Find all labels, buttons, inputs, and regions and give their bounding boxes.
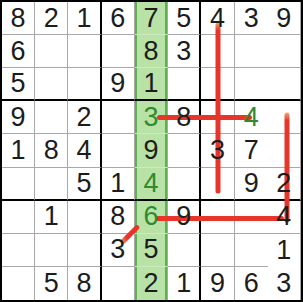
cell-digit: 4	[244, 104, 259, 131]
cell-r1c4[interactable]: 6	[102, 2, 135, 35]
cell-r2c1[interactable]: 6	[2, 35, 35, 68]
cell-r4c4[interactable]	[102, 101, 135, 134]
cell-r8c9[interactable]: 1	[268, 234, 301, 267]
cell-r3c5[interactable]: 1	[135, 68, 168, 101]
cell-r3c9[interactable]	[268, 68, 301, 101]
cell-r2c3[interactable]	[68, 35, 101, 68]
cell-digit: 9	[110, 70, 125, 97]
cell-r1c8[interactable]: 3	[235, 2, 268, 35]
cell-r3c8[interactable]	[235, 68, 268, 101]
cell-digit: 1	[276, 237, 291, 264]
cell-r9c9[interactable]: 3	[268, 267, 301, 300]
cell-digit: 9	[276, 5, 291, 32]
cell-digit: 9	[176, 203, 191, 230]
cell-r2c5[interactable]: 8	[135, 35, 168, 68]
cell-r7c5[interactable]: 6	[135, 201, 168, 234]
cell-digit: 1	[11, 137, 26, 164]
cell-r3c3[interactable]	[68, 68, 101, 101]
cell-digit: 6	[143, 203, 158, 230]
cell-digit: 2	[143, 270, 158, 297]
cell-r6c6[interactable]	[168, 168, 201, 201]
cell-r6c4[interactable]: 1	[102, 168, 135, 201]
cell-digit: 4	[143, 170, 158, 197]
cell-r2c7[interactable]	[201, 35, 234, 68]
cell-r8c5[interactable]: 5	[135, 234, 168, 267]
cell-r6c9[interactable]: 2	[268, 168, 301, 201]
cell-r7c1[interactable]	[2, 201, 35, 234]
cell-r8c3[interactable]	[68, 234, 101, 267]
sudoku-board: 8216754396835919238418493751492186943515…	[0, 0, 303, 302]
cell-digit: 4	[276, 203, 291, 230]
cell-digit: 8	[143, 38, 158, 65]
cell-digit: 6	[110, 5, 125, 32]
cell-r8c6[interactable]	[168, 234, 201, 267]
cell-r6c7[interactable]	[201, 168, 234, 201]
cell-r5c9[interactable]	[268, 134, 301, 167]
cell-digit: 2	[44, 5, 59, 32]
cell-r4c9[interactable]	[268, 101, 301, 134]
cell-r1c5[interactable]: 7	[135, 2, 168, 35]
cell-r8c7[interactable]	[201, 234, 234, 267]
cell-r3c6[interactable]	[168, 68, 201, 101]
cell-r7c6[interactable]: 9	[168, 201, 201, 234]
cell-r3c7[interactable]	[201, 68, 234, 101]
cell-digit: 1	[143, 70, 158, 97]
cell-digit: 3	[176, 38, 191, 65]
cell-r3c2[interactable]	[35, 68, 68, 101]
cell-digit: 8	[110, 203, 125, 230]
cell-r9c7[interactable]: 9	[201, 267, 234, 300]
cell-r9c6[interactable]: 1	[168, 267, 201, 300]
cell-digit: 5	[176, 5, 191, 32]
cell-r6c8[interactable]: 9	[235, 168, 268, 201]
cell-r5c3[interactable]: 4	[68, 134, 101, 167]
cell-r6c1[interactable]	[2, 168, 35, 201]
cell-r7c4[interactable]: 8	[102, 201, 135, 234]
cell-r2c6[interactable]: 3	[168, 35, 201, 68]
cell-digit: 3	[110, 236, 125, 263]
cell-r2c2[interactable]	[35, 35, 68, 68]
cell-r5c4[interactable]	[102, 134, 135, 167]
cell-r8c8[interactable]	[235, 234, 268, 267]
cell-digit: 9	[11, 104, 26, 131]
cell-r5c1[interactable]: 1	[2, 134, 35, 167]
cell-digit: 1	[110, 170, 125, 197]
cell-digit: 1	[44, 203, 59, 230]
cell-r7c2[interactable]: 1	[35, 201, 68, 234]
cell-r6c5[interactable]: 4	[135, 168, 168, 201]
cell-r9c4[interactable]	[102, 267, 135, 300]
cell-digit: 9	[210, 270, 225, 297]
cell-digit: 3	[210, 137, 225, 164]
cell-r9c3[interactable]: 8	[68, 267, 101, 300]
cell-digit: 5	[143, 236, 158, 263]
cell-r5c5[interactable]: 9	[135, 134, 168, 167]
cell-r1c9[interactable]: 9	[268, 2, 301, 35]
cell-digit: 2	[276, 170, 291, 197]
cell-r4c6[interactable]: 8	[168, 101, 201, 134]
cell-r5c2[interactable]: 8	[35, 134, 68, 167]
cell-r8c4[interactable]: 3	[102, 234, 135, 267]
cell-r3c4[interactable]: 9	[102, 68, 135, 101]
cell-r1c3[interactable]: 1	[68, 2, 101, 35]
cell-r4c2[interactable]	[35, 101, 68, 134]
cell-digit: 8	[11, 5, 26, 32]
cell-r1c6[interactable]: 5	[168, 2, 201, 35]
cell-r4c1[interactable]: 9	[2, 101, 35, 134]
cell-digit: 5	[44, 270, 59, 297]
cell-r7c9[interactable]: 4	[268, 201, 301, 234]
cell-digit: 8	[176, 104, 191, 131]
cell-digit: 8	[77, 270, 92, 297]
cell-digit: 3	[276, 270, 291, 297]
cell-r7c3[interactable]	[68, 201, 101, 234]
cell-digit: 8	[44, 137, 59, 164]
cell-r7c7[interactable]	[201, 201, 234, 234]
cell-r3c1[interactable]: 5	[2, 68, 35, 101]
cell-r1c2[interactable]: 2	[35, 2, 68, 35]
cell-r4c7[interactable]	[201, 101, 234, 134]
cell-r9c8[interactable]: 6	[235, 267, 268, 300]
cell-digit: 7	[143, 5, 158, 32]
cell-digit: 1	[77, 5, 92, 32]
cell-digit: 1	[176, 270, 191, 297]
cell-digit: 3	[244, 5, 259, 32]
cell-r8c2[interactable]	[35, 234, 68, 267]
cell-r9c1[interactable]	[2, 267, 35, 300]
cell-r9c2[interactable]: 5	[35, 267, 68, 300]
cell-r5c7[interactable]: 3	[201, 134, 234, 167]
cell-digit: 5	[11, 70, 26, 97]
cell-digit: 5	[77, 170, 92, 197]
cell-r8c1[interactable]	[2, 234, 35, 267]
cell-digit: 9	[143, 137, 158, 164]
cell-r1c1[interactable]: 8	[2, 2, 35, 35]
cell-r4c3[interactable]: 2	[68, 101, 101, 134]
cell-r4c8[interactable]: 4	[235, 101, 268, 134]
cell-digit: 4	[210, 5, 225, 32]
cell-digit: 6	[11, 38, 26, 65]
cell-r6c3[interactable]: 5	[68, 168, 101, 201]
cell-r9c5[interactable]: 2	[135, 267, 168, 300]
cell-digit: 7	[244, 137, 259, 164]
cell-r2c4[interactable]	[102, 35, 135, 68]
cell-r5c8[interactable]: 7	[235, 134, 268, 167]
cell-r5c6[interactable]	[168, 134, 201, 167]
cell-r7c8[interactable]	[235, 201, 268, 234]
cell-digit: 3	[143, 104, 158, 131]
cell-digit: 4	[77, 137, 92, 164]
cell-digit: 2	[77, 104, 92, 131]
cell-digit: 9	[244, 170, 259, 197]
cell-digit: 6	[244, 270, 259, 297]
cell-r2c8[interactable]	[235, 35, 268, 68]
cell-r6c2[interactable]	[35, 168, 68, 201]
cell-r1c7[interactable]: 4	[201, 2, 234, 35]
cell-r2c9[interactable]	[268, 35, 301, 68]
cell-r4c5[interactable]: 3	[135, 101, 168, 134]
